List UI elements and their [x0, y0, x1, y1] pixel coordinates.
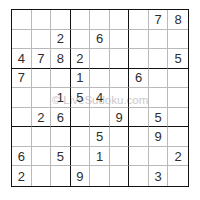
cell-r1c8[interactable]: 7 — [149, 10, 169, 30]
cell-r5c8[interactable] — [149, 88, 169, 108]
cell-r7c3[interactable] — [51, 127, 71, 147]
cell-r3c4[interactable]: 2 — [71, 49, 91, 69]
cell-r2c8[interactable] — [149, 30, 169, 50]
cell-r4c9[interactable] — [168, 69, 188, 89]
cell-r4c7[interactable]: 6 — [129, 69, 149, 89]
sudoku-board: © LiveSudoku.com 78264782571615426955965… — [11, 9, 189, 187]
cell-r9c4[interactable]: 9 — [71, 166, 91, 186]
cell-r9c7[interactable] — [129, 166, 149, 186]
cell-r8c5[interactable]: 1 — [90, 147, 110, 167]
cell-r8c9[interactable]: 2 — [168, 147, 188, 167]
cell-r1c6[interactable] — [110, 10, 130, 30]
cell-r1c4[interactable] — [71, 10, 91, 30]
cell-r3c8[interactable] — [149, 49, 169, 69]
cell-r7c9[interactable] — [168, 127, 188, 147]
cell-r2c1[interactable] — [12, 30, 32, 50]
cell-r5c5[interactable]: 4 — [90, 88, 110, 108]
cell-r7c2[interactable] — [32, 127, 52, 147]
cell-r4c3[interactable] — [51, 69, 71, 89]
cell-r6c6[interactable]: 9 — [110, 108, 130, 128]
cell-r7c6[interactable] — [110, 127, 130, 147]
cell-r5c9[interactable] — [168, 88, 188, 108]
cell-r6c7[interactable] — [129, 108, 149, 128]
cell-r5c1[interactable] — [12, 88, 32, 108]
cell-r4c8[interactable] — [149, 69, 169, 89]
cell-r2c2[interactable] — [32, 30, 52, 50]
cell-r5c3[interactable]: 1 — [51, 88, 71, 108]
cell-r2c6[interactable] — [110, 30, 130, 50]
cell-r5c6[interactable] — [110, 88, 130, 108]
cell-r3c6[interactable] — [110, 49, 130, 69]
cell-r1c7[interactable] — [129, 10, 149, 30]
cell-r9c2[interactable] — [32, 166, 52, 186]
cell-r8c6[interactable] — [110, 147, 130, 167]
sudoku-page: © LiveSudoku.com 78264782571615426955965… — [0, 0, 200, 200]
cell-r4c5[interactable] — [90, 69, 110, 89]
cell-r4c4[interactable]: 1 — [71, 69, 91, 89]
cell-r9c9[interactable] — [168, 166, 188, 186]
cell-r6c2[interactable]: 2 — [32, 108, 52, 128]
cell-r8c8[interactable] — [149, 147, 169, 167]
cell-r6c8[interactable]: 5 — [149, 108, 169, 128]
cell-r8c4[interactable] — [71, 147, 91, 167]
cell-r2c4[interactable] — [71, 30, 91, 50]
cell-r1c9[interactable]: 8 — [168, 10, 188, 30]
cell-r2c9[interactable] — [168, 30, 188, 50]
cell-r6c3[interactable]: 6 — [51, 108, 71, 128]
cell-r6c5[interactable] — [90, 108, 110, 128]
cell-r3c3[interactable]: 8 — [51, 49, 71, 69]
cell-r4c2[interactable] — [32, 69, 52, 89]
cell-r7c4[interactable] — [71, 127, 91, 147]
cell-r7c7[interactable] — [129, 127, 149, 147]
cell-r8c7[interactable] — [129, 147, 149, 167]
cell-r9c6[interactable] — [110, 166, 130, 186]
cell-r7c8[interactable]: 9 — [149, 127, 169, 147]
cell-r8c3[interactable]: 5 — [51, 147, 71, 167]
cell-r3c2[interactable]: 7 — [32, 49, 52, 69]
cell-r4c1[interactable]: 7 — [12, 69, 32, 89]
cell-r3c7[interactable] — [129, 49, 149, 69]
cell-r8c1[interactable]: 6 — [12, 147, 32, 167]
cell-r7c5[interactable]: 5 — [90, 127, 110, 147]
cell-r2c3[interactable]: 2 — [51, 30, 71, 50]
cell-r1c2[interactable] — [32, 10, 52, 30]
cell-r8c2[interactable] — [32, 147, 52, 167]
cell-r1c5[interactable] — [90, 10, 110, 30]
cell-r2c7[interactable] — [129, 30, 149, 50]
cell-r3c1[interactable]: 4 — [12, 49, 32, 69]
cell-r5c4[interactable]: 5 — [71, 88, 91, 108]
cell-r2c5[interactable]: 6 — [90, 30, 110, 50]
cell-r9c8[interactable]: 3 — [149, 166, 169, 186]
cell-r5c2[interactable] — [32, 88, 52, 108]
cell-r6c1[interactable] — [12, 108, 32, 128]
cell-r9c1[interactable]: 2 — [12, 166, 32, 186]
cell-r1c3[interactable] — [51, 10, 71, 30]
cell-r6c4[interactable] — [71, 108, 91, 128]
cell-r3c5[interactable] — [90, 49, 110, 69]
cell-r9c3[interactable] — [51, 166, 71, 186]
cell-r9c5[interactable] — [90, 166, 110, 186]
cell-r4c6[interactable] — [110, 69, 130, 89]
cell-r1c1[interactable] — [12, 10, 32, 30]
cell-r3c9[interactable]: 5 — [168, 49, 188, 69]
cell-r6c9[interactable] — [168, 108, 188, 128]
cell-r5c7[interactable] — [129, 88, 149, 108]
cell-r7c1[interactable] — [12, 127, 32, 147]
